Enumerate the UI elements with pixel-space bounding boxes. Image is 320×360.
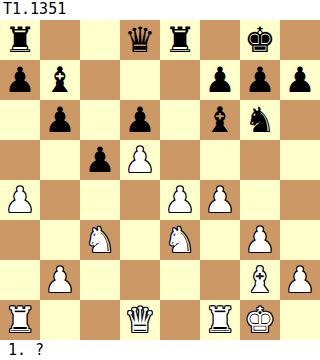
square-c4[interactable] xyxy=(80,180,120,220)
piece-white-pawn: ♟ xyxy=(164,180,195,220)
square-e3[interactable]: ♞ xyxy=(160,220,200,260)
square-g3[interactable]: ♟ xyxy=(240,220,280,260)
square-d1[interactable]: ♛ xyxy=(120,300,160,340)
square-e5[interactable] xyxy=(160,140,200,180)
square-h5[interactable] xyxy=(280,140,320,180)
piece-black-king: ♚ xyxy=(244,20,275,60)
square-g8[interactable]: ♚ xyxy=(240,20,280,60)
square-c1[interactable] xyxy=(80,300,120,340)
square-d3[interactable] xyxy=(120,220,160,260)
square-a2[interactable] xyxy=(0,260,40,300)
piece-white-pawn: ♟ xyxy=(244,220,275,260)
square-f7[interactable]: ♟ xyxy=(200,60,240,100)
square-b2[interactable]: ♟ xyxy=(40,260,80,300)
piece-black-pawn: ♟ xyxy=(44,100,75,140)
chess-board: ♜♛♜♚♟♝♟♟♟♟♟♝♞♟♟♟♟♟♞♞♟♟♝♟♜♛♜♚ xyxy=(0,20,320,340)
piece-black-pawn: ♟ xyxy=(284,60,315,100)
square-f6[interactable]: ♝ xyxy=(200,100,240,140)
square-g5[interactable] xyxy=(240,140,280,180)
square-a6[interactable] xyxy=(0,100,40,140)
square-g6[interactable]: ♞ xyxy=(240,100,280,140)
square-c6[interactable] xyxy=(80,100,120,140)
piece-black-pawn: ♟ xyxy=(4,60,35,100)
piece-white-knight: ♞ xyxy=(84,220,115,260)
piece-white-rook: ♜ xyxy=(4,300,35,340)
square-b3[interactable] xyxy=(40,220,80,260)
piece-black-pawn: ♟ xyxy=(204,60,235,100)
piece-white-pawn: ♟ xyxy=(124,140,155,180)
square-h1[interactable] xyxy=(280,300,320,340)
piece-white-bishop: ♝ xyxy=(244,260,275,300)
square-f4[interactable]: ♟ xyxy=(200,180,240,220)
square-g2[interactable]: ♝ xyxy=(240,260,280,300)
piece-white-rook: ♜ xyxy=(204,300,235,340)
square-f5[interactable] xyxy=(200,140,240,180)
piece-black-knight: ♞ xyxy=(244,100,275,140)
piece-white-queen: ♛ xyxy=(124,300,155,340)
square-g7[interactable]: ♟ xyxy=(240,60,280,100)
piece-black-pawn: ♟ xyxy=(244,60,275,100)
move-prompt: 1. ? xyxy=(0,340,320,360)
piece-white-pawn: ♟ xyxy=(204,180,235,220)
square-d6[interactable]: ♟ xyxy=(120,100,160,140)
square-c2[interactable] xyxy=(80,260,120,300)
square-c8[interactable] xyxy=(80,20,120,60)
square-f8[interactable] xyxy=(200,20,240,60)
square-e4[interactable]: ♟ xyxy=(160,180,200,220)
square-f2[interactable] xyxy=(200,260,240,300)
piece-black-bishop: ♝ xyxy=(204,100,235,140)
piece-white-pawn: ♟ xyxy=(44,260,75,300)
piece-black-bishop: ♝ xyxy=(44,60,75,100)
puzzle-id: T1.1351 xyxy=(0,0,320,20)
square-h3[interactable] xyxy=(280,220,320,260)
square-b1[interactable] xyxy=(40,300,80,340)
piece-white-knight: ♞ xyxy=(164,220,195,260)
square-b5[interactable] xyxy=(40,140,80,180)
square-c3[interactable]: ♞ xyxy=(80,220,120,260)
square-b7[interactable]: ♝ xyxy=(40,60,80,100)
square-h7[interactable]: ♟ xyxy=(280,60,320,100)
square-f3[interactable] xyxy=(200,220,240,260)
piece-black-pawn: ♟ xyxy=(84,140,115,180)
square-a1[interactable]: ♜ xyxy=(0,300,40,340)
piece-black-pawn: ♟ xyxy=(124,100,155,140)
square-f1[interactable]: ♜ xyxy=(200,300,240,340)
square-c7[interactable] xyxy=(80,60,120,100)
piece-white-king: ♚ xyxy=(244,300,275,340)
piece-black-queen: ♛ xyxy=(124,20,155,60)
square-b8[interactable] xyxy=(40,20,80,60)
square-d2[interactable] xyxy=(120,260,160,300)
square-b4[interactable] xyxy=(40,180,80,220)
square-h6[interactable] xyxy=(280,100,320,140)
square-e8[interactable]: ♜ xyxy=(160,20,200,60)
square-d5[interactable]: ♟ xyxy=(120,140,160,180)
chess-puzzle-page: T1.1351 ♜♛♜♚♟♝♟♟♟♟♟♝♞♟♟♟♟♟♞♞♟♟♝♟♜♛♜♚ 1. … xyxy=(0,0,320,360)
square-e6[interactable] xyxy=(160,100,200,140)
square-c5[interactable]: ♟ xyxy=(80,140,120,180)
piece-white-pawn: ♟ xyxy=(4,180,35,220)
square-h8[interactable] xyxy=(280,20,320,60)
square-h2[interactable]: ♟ xyxy=(280,260,320,300)
square-g1[interactable]: ♚ xyxy=(240,300,280,340)
square-b6[interactable]: ♟ xyxy=(40,100,80,140)
piece-black-rook: ♜ xyxy=(4,20,35,60)
square-e2[interactable] xyxy=(160,260,200,300)
square-a5[interactable] xyxy=(0,140,40,180)
square-a7[interactable]: ♟ xyxy=(0,60,40,100)
square-d8[interactable]: ♛ xyxy=(120,20,160,60)
square-d4[interactable] xyxy=(120,180,160,220)
square-a8[interactable]: ♜ xyxy=(0,20,40,60)
square-a3[interactable] xyxy=(0,220,40,260)
square-a4[interactable]: ♟ xyxy=(0,180,40,220)
square-h4[interactable] xyxy=(280,180,320,220)
square-e1[interactable] xyxy=(160,300,200,340)
piece-white-pawn: ♟ xyxy=(284,260,315,300)
square-e7[interactable] xyxy=(160,60,200,100)
square-g4[interactable] xyxy=(240,180,280,220)
square-d7[interactable] xyxy=(120,60,160,100)
piece-black-rook: ♜ xyxy=(164,20,195,60)
